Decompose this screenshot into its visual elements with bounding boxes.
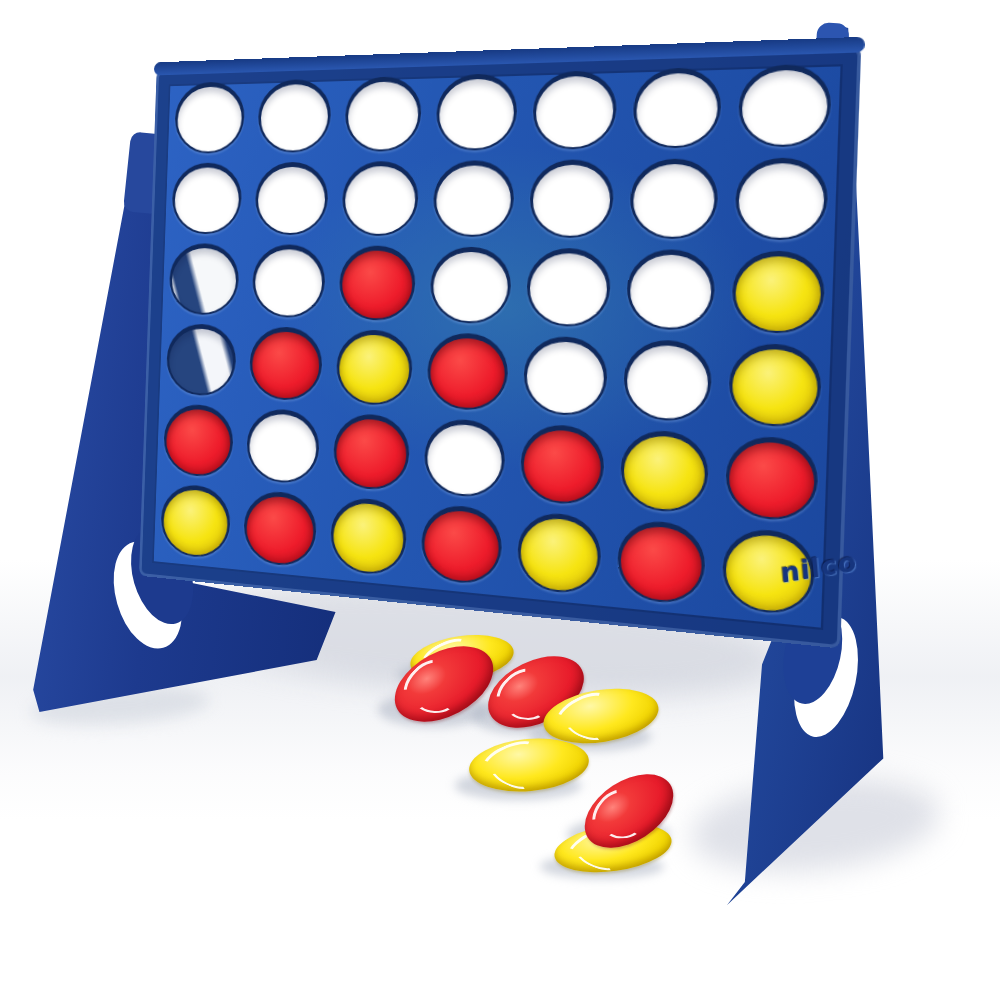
cell-r3c6 (625, 249, 715, 331)
cell-r2c3 (341, 161, 419, 236)
disc-highlight (602, 811, 643, 840)
cell-r1c6 (632, 67, 722, 149)
empty-hole (737, 163, 825, 238)
red-disc (251, 331, 320, 400)
cell-r4c6 (622, 339, 712, 423)
cell-r5c4 (424, 418, 506, 499)
hole-rim (424, 418, 506, 499)
cell-r2c4 (433, 160, 515, 237)
hole-rim (254, 162, 329, 235)
empty-hole (635, 72, 719, 146)
empty-hole (525, 341, 604, 415)
cell-r1c7 (737, 63, 832, 147)
hole-rim (616, 518, 706, 606)
hole-rim (433, 160, 515, 237)
empty-hole (439, 78, 515, 149)
hole-rim (427, 332, 509, 412)
hole-rim (531, 70, 617, 150)
red-disc (336, 418, 408, 490)
cell-r5c5 (519, 423, 605, 507)
hole-rim (163, 403, 234, 479)
empty-hole (254, 249, 323, 317)
hole-rim (333, 412, 411, 491)
cell-r3c5 (525, 248, 611, 328)
hole-rim (339, 245, 417, 321)
hole-rim (632, 67, 722, 149)
cell-r2c1 (171, 163, 243, 235)
connect-four-board (139, 47, 861, 649)
yellow-disc (622, 434, 705, 512)
cell-r4c7 (728, 342, 823, 428)
hole-rim (629, 158, 719, 239)
cell-r2c5 (528, 159, 614, 238)
hole-rim (257, 78, 332, 152)
cell-r3c7 (731, 250, 826, 334)
red-disc (430, 337, 506, 409)
cell-r1c3 (344, 76, 422, 152)
cell-r6c2 (243, 489, 318, 568)
hole-rim (737, 63, 832, 147)
cell-r4c4 (427, 332, 509, 412)
yellow-disc (519, 516, 598, 594)
cell-r6c4 (421, 503, 503, 586)
red-disc (341, 250, 413, 319)
hole-rim (525, 248, 611, 328)
empty-hole (629, 254, 712, 328)
empty-hole (528, 253, 607, 326)
empty-hole (257, 167, 326, 234)
hole-rim (421, 503, 503, 586)
hole-rim (168, 243, 240, 316)
cell-r6c6 (616, 518, 706, 606)
red-disc (728, 440, 816, 520)
hole-rim (246, 408, 321, 486)
empty-hole (531, 165, 611, 237)
hole-rim (519, 423, 605, 507)
cell-r1c1 (174, 81, 246, 154)
hole-rim (174, 81, 246, 154)
cell-r2c7 (734, 157, 829, 240)
hole-rim (166, 323, 238, 397)
hole-rim (625, 249, 715, 331)
hole-rim (619, 429, 709, 515)
yellow-disc (734, 256, 822, 332)
hole-rim (160, 483, 231, 560)
hole-rim (522, 335, 608, 417)
cell-r6c1 (160, 483, 231, 560)
hole-rim (430, 246, 512, 324)
cell-r5c7 (724, 435, 819, 523)
cell-r2c2 (254, 162, 329, 235)
empty-hole (174, 167, 240, 232)
cell-r6c5 (516, 511, 602, 596)
cell-r4c5 (522, 335, 608, 417)
cell-r4c3 (336, 329, 414, 407)
empty-hole (427, 423, 503, 497)
cell-r4c2 (249, 326, 324, 402)
empty-hole (347, 81, 419, 150)
cell-r5c6 (619, 429, 709, 515)
hole-rim (728, 342, 823, 428)
empty-hole (344, 166, 416, 234)
hole-rim (341, 161, 419, 236)
hole-rim (344, 76, 422, 152)
cell-r5c2 (246, 408, 321, 486)
cell-r3c2 (252, 244, 327, 318)
empty-hole (249, 413, 318, 483)
cell-r6c3 (330, 496, 408, 577)
board-grid (160, 63, 832, 617)
connect-four-product-scene: nilco (0, 0, 1000, 1000)
hole-rim (336, 329, 414, 407)
cell-r2c6 (629, 158, 719, 239)
empty-hole (260, 83, 329, 150)
hole-rim (731, 250, 826, 334)
hole-rim (528, 159, 614, 238)
cell-r4c1 (166, 323, 238, 397)
cell-r1c5 (531, 70, 617, 150)
empty-hole (171, 248, 237, 314)
red-disc (165, 408, 231, 477)
hole-rim (330, 496, 408, 577)
cell-r1c4 (436, 73, 518, 151)
empty-hole (534, 75, 614, 147)
empty-hole (632, 164, 716, 237)
red-disc (246, 494, 315, 566)
hole-rim (622, 339, 712, 423)
cell-r5c1 (163, 403, 234, 479)
red-disc (424, 508, 500, 584)
empty-hole (741, 69, 829, 145)
disc-highlight (506, 691, 548, 721)
empty-hole (433, 252, 509, 323)
cell-r3c3 (339, 245, 417, 321)
cell-r3c4 (430, 246, 512, 324)
hole-rim (249, 326, 324, 402)
hole-rim (516, 511, 602, 596)
cell-r1c2 (257, 78, 332, 152)
hole-rim (243, 489, 318, 568)
red-disc (522, 428, 601, 504)
empty-hole (626, 344, 709, 420)
yellow-disc (333, 501, 405, 575)
disc-highlight (413, 684, 456, 713)
yellow-disc (163, 488, 229, 558)
empty-hole (436, 165, 512, 235)
empty-hole (177, 86, 243, 152)
hole-rim (724, 435, 819, 523)
cell-r5c3 (333, 412, 411, 491)
hole-rim (734, 157, 829, 240)
red-disc (619, 524, 702, 604)
hole-rim (252, 244, 327, 318)
yellow-disc (731, 348, 819, 426)
empty-hole (168, 328, 234, 395)
cell-r3c1 (168, 243, 240, 316)
hole-rim (436, 73, 518, 151)
hole-rim (171, 163, 243, 235)
yellow-disc (338, 334, 410, 405)
